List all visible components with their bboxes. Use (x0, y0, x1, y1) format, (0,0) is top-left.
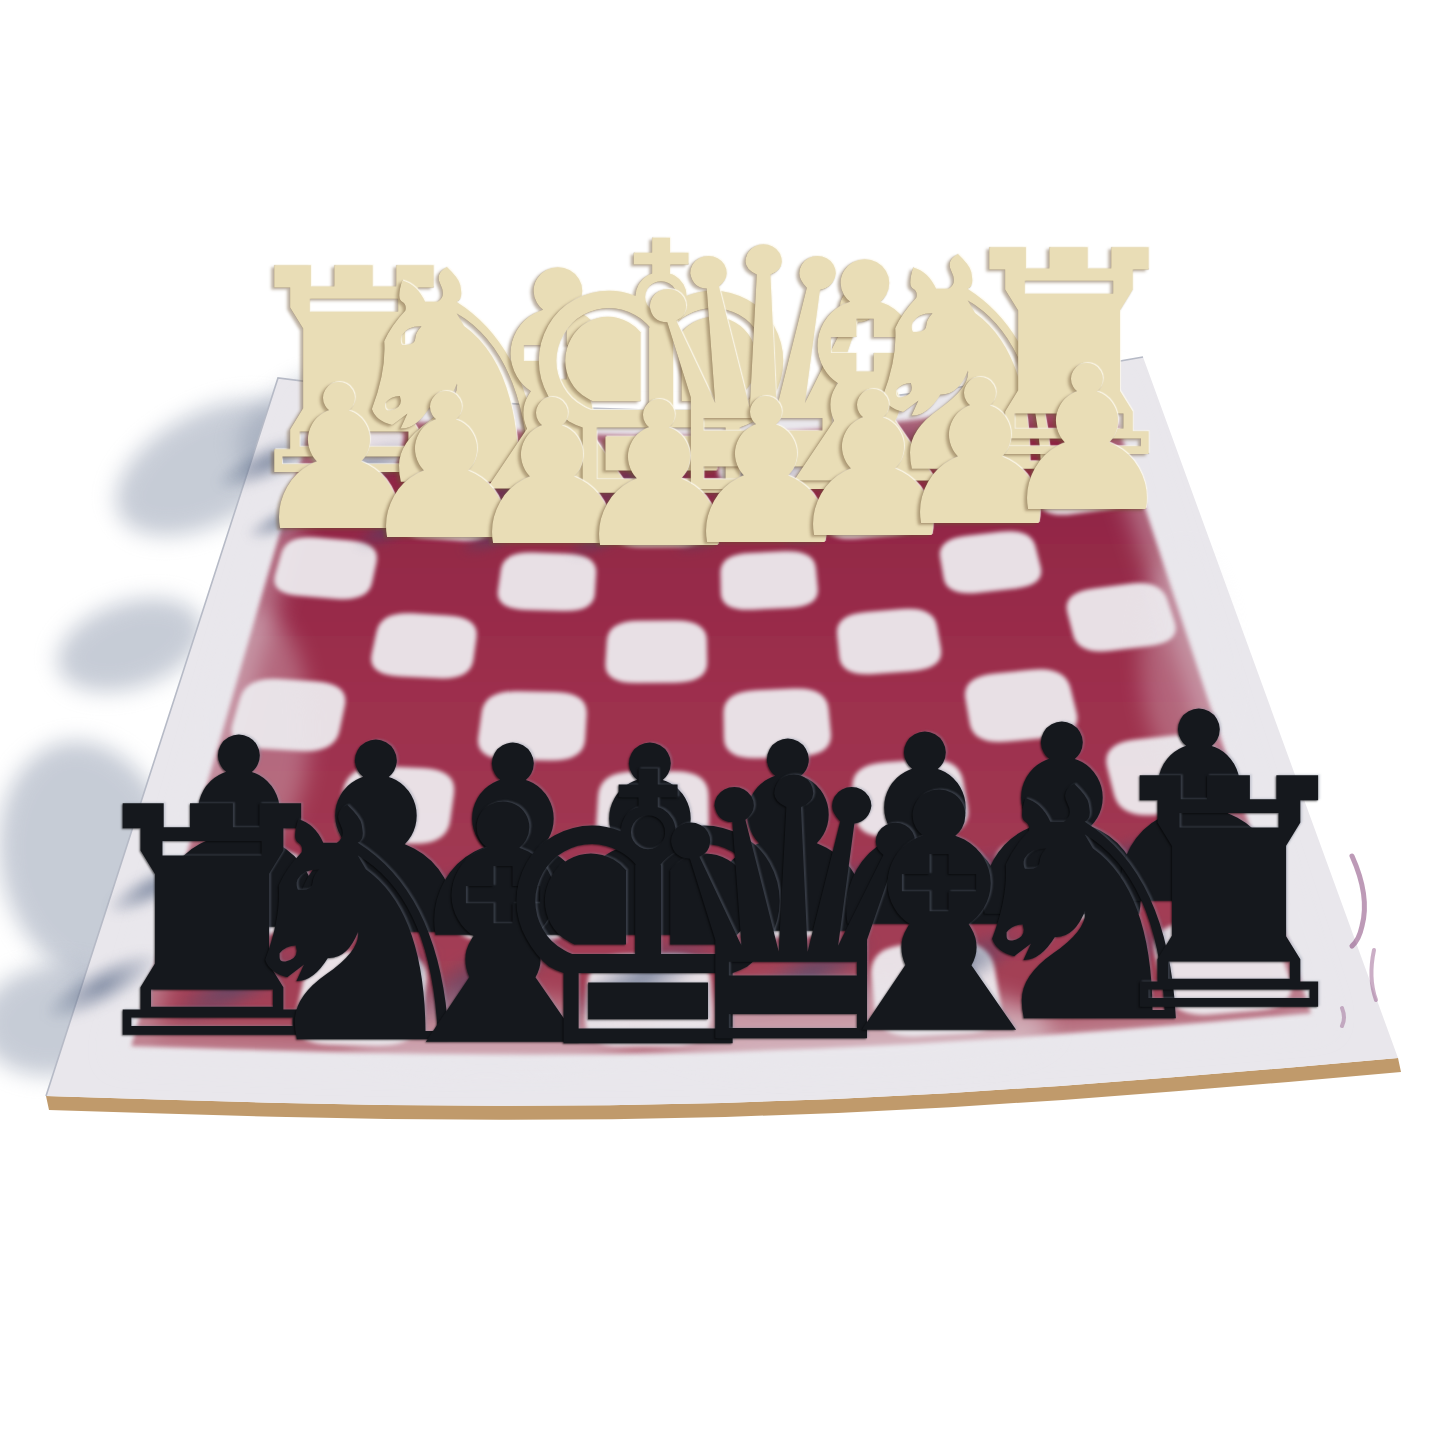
chess-scene: ♜♞♝♚♛♝♞♜♟♟♟♟♟♟♟♟♟♟♟♟♟♟♟♟♜♞♝♚♛♝♞♜ (0, 0, 1445, 1445)
chessboard-photo: { "game": "chess", "view": "from-black-s… (0, 0, 1445, 1445)
white-pawn-a2[interactable]: ♟ (997, 340, 1176, 540)
pieces-layer: ♜♞♝♚♛♝♞♜♟♟♟♟♟♟♟♟♟♟♟♟♟♟♟♟♜♞♝♚♛♝♞♜ (0, 0, 1445, 1445)
black-rook-a8[interactable]: ♜ (1087, 738, 1371, 1055)
